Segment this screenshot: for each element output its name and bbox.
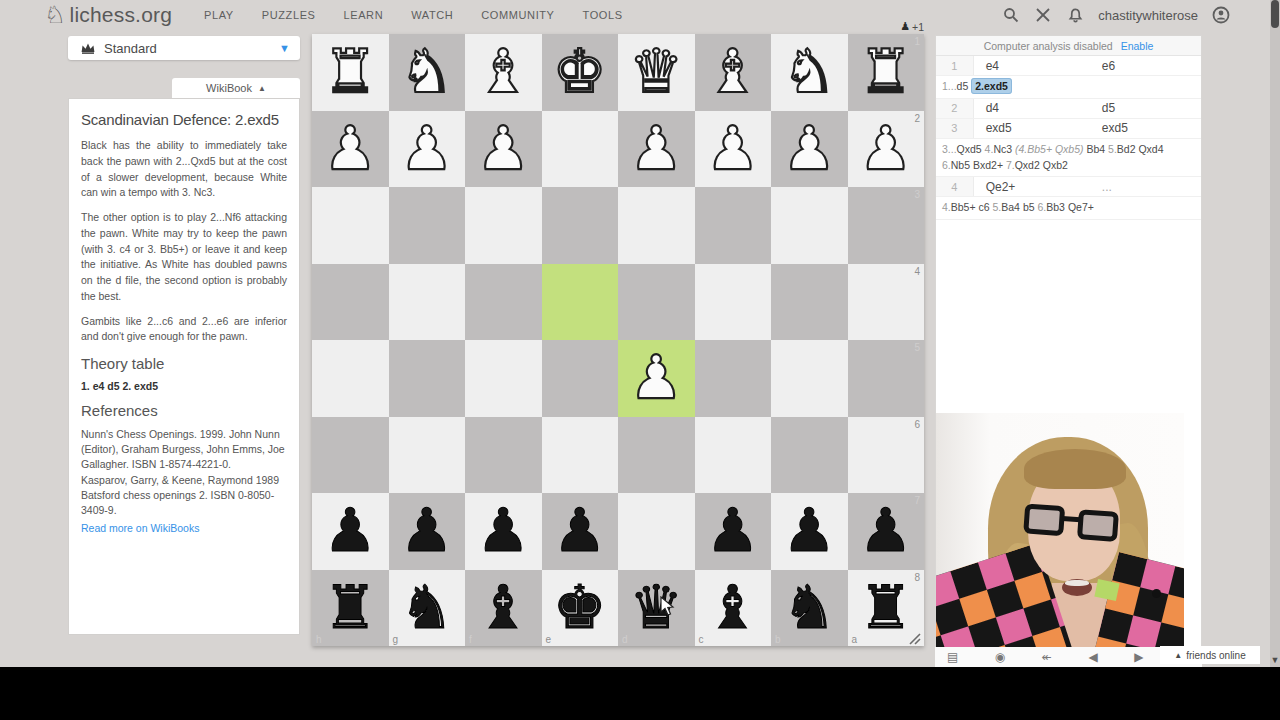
rank-coordinate: 5: [914, 342, 920, 353]
black-bishop[interactable]: ♝: [465, 570, 542, 647]
black-move[interactable]: ...: [1090, 180, 1201, 194]
variation-token[interactable]: 7.: [1006, 159, 1015, 171]
variation-token[interactable]: Nb5: [951, 159, 973, 171]
file-coordinate: g: [393, 634, 399, 645]
white-pawn[interactable]: ♟: [771, 111, 848, 188]
page-scrollbar[interactable]: ▼: [1270, 0, 1280, 667]
variation-token[interactable]: (4.Bb5+ Qxb5): [1015, 143, 1087, 155]
move-list: 1e4e61...d5 2.exd52d4d53exd5exd53...Qxd5…: [936, 56, 1201, 220]
variation-token[interactable]: d5: [957, 80, 972, 92]
white-move[interactable]: exd5: [974, 121, 1090, 135]
crown-icon: [80, 41, 96, 55]
wikibook-panel: Scandinavian Defence: 2.exd5 Black has t…: [68, 98, 300, 635]
square-e8[interactable]: ♚e: [542, 570, 619, 647]
white-king[interactable]: ♚: [542, 34, 619, 111]
square-h6[interactable]: [312, 417, 389, 494]
variation-token[interactable]: 3...: [942, 143, 957, 155]
variation-token[interactable]: Qxd2: [1015, 159, 1043, 171]
square-h7[interactable]: ♟: [312, 493, 389, 570]
file-coordinate: b: [775, 634, 781, 645]
person-teeth: [1065, 580, 1089, 586]
user-menu[interactable]: chastitywhiterose: [1098, 8, 1198, 23]
references-list: Nunn's Chess Openings. 1999. John Nunn (…: [81, 427, 287, 518]
square-c2[interactable]: ♟: [695, 111, 772, 188]
current-move[interactable]: 2.exd5: [971, 78, 1012, 94]
square-d2[interactable]: ♟: [618, 111, 695, 188]
square-b8[interactable]: ♞b: [771, 570, 848, 647]
move-row: 4Qe2+...: [936, 177, 1201, 197]
theory-moves: 1. e4 d5 2. exd5: [81, 380, 287, 392]
file-coordinate: f: [469, 634, 472, 645]
square-d8[interactable]: ♛d: [618, 570, 695, 647]
move-number: 1: [936, 56, 974, 75]
rank-coordinate: 6: [914, 419, 920, 430]
black-queen[interactable]: ♛: [618, 570, 695, 647]
article-paragraph: Gambits like 2...c6 and 2...e6 are infer…: [81, 314, 287, 346]
white-pawn[interactable]: ♟: [695, 111, 772, 188]
person-glasses: [1023, 503, 1129, 544]
white-rook[interactable]: ♜: [312, 34, 389, 111]
variation-token[interactable]: Bb4: [1086, 143, 1108, 155]
file-coordinate: d: [622, 634, 628, 645]
rank-coordinate: 8: [914, 572, 920, 583]
square-e3[interactable]: [542, 187, 619, 264]
white-pawn[interactable]: ♟: [465, 111, 542, 188]
square-b4[interactable]: [771, 264, 848, 341]
menu-icon[interactable]: ▤: [947, 650, 958, 664]
square-b7[interactable]: ♟: [771, 493, 848, 570]
glasses-left-lens: [1023, 503, 1065, 536]
black-knight[interactable]: ♞: [389, 570, 466, 647]
variation-token[interactable]: Qe7+: [1068, 201, 1094, 213]
chess-board[interactable]: ♜♞♝♚♛♝♞♜1♟♟♟♟♟♟♟234♟56♟♟♟♟♟♟♟7♜h♞g♝f♚e♛d…: [312, 34, 924, 646]
notifications-bell-icon[interactable]: [1066, 6, 1084, 24]
variation-token[interactable]: Bxd2+: [973, 159, 1006, 171]
variation-token[interactable]: 4.: [942, 201, 951, 213]
square-f8[interactable]: ♝f: [465, 570, 542, 647]
square-h3[interactable]: [312, 187, 389, 264]
article-title: Scandinavian Defence: 2.exd5: [81, 111, 287, 128]
previous-move-icon[interactable]: ◀: [1088, 650, 1097, 664]
square-d3[interactable]: [618, 187, 695, 264]
square-h5[interactable]: [312, 340, 389, 417]
white-pawn[interactable]: ♟: [312, 111, 389, 188]
black-bishop[interactable]: ♝: [695, 570, 772, 647]
square-b2[interactable]: ♟: [771, 111, 848, 188]
square-g2[interactable]: ♟: [389, 111, 466, 188]
settings-icon[interactable]: ◉: [995, 650, 1005, 664]
square-h2[interactable]: ♟: [312, 111, 389, 188]
square-f3[interactable]: [465, 187, 542, 264]
square-g4[interactable]: [389, 264, 466, 341]
square-a3[interactable]: 3: [848, 187, 925, 264]
person-fringe: [1024, 449, 1126, 489]
square-a1[interactable]: ♜1: [848, 34, 925, 111]
move-number: 3: [936, 119, 974, 138]
wikibooks-link[interactable]: Read more on WikiBooks: [81, 522, 199, 534]
square-g7[interactable]: ♟: [389, 493, 466, 570]
square-c7[interactable]: ♟: [695, 493, 772, 570]
rank-coordinate: 7: [914, 495, 920, 506]
black-king[interactable]: ♚: [542, 570, 619, 647]
square-e4[interactable]: [542, 264, 619, 341]
square-d7[interactable]: [618, 493, 695, 570]
square-a7[interactable]: ♟7: [848, 493, 925, 570]
move-number: 2: [936, 99, 974, 118]
black-move[interactable]: e6: [1090, 59, 1201, 73]
collapse-arrow-icon: ▲: [258, 84, 266, 93]
black-pawn[interactable]: ♟: [389, 493, 466, 570]
square-e1[interactable]: ♚: [542, 34, 619, 111]
white-knight[interactable]: ♞: [771, 34, 848, 111]
file-coordinate: e: [546, 634, 552, 645]
white-pawn[interactable]: ♟: [618, 111, 695, 188]
white-move[interactable]: d4: [974, 101, 1090, 115]
theory-table-heading: Theory table: [81, 355, 287, 372]
variation-token[interactable]: Nc3: [993, 143, 1015, 155]
black-move[interactable]: d5: [1090, 101, 1201, 115]
white-pawn[interactable]: ♟: [618, 340, 695, 417]
square-f1[interactable]: ♝: [465, 34, 542, 111]
black-knight[interactable]: ♞: [771, 570, 848, 647]
file-coordinate: a: [852, 634, 858, 645]
white-pawn[interactable]: ♟: [389, 111, 466, 188]
rank-coordinate: 4: [914, 266, 920, 277]
square-e5[interactable]: [542, 340, 619, 417]
tab-wikibook[interactable]: WikiBook ▲: [172, 78, 300, 98]
material-value: +1: [912, 21, 924, 33]
friends-online-bar[interactable]: ▲ friends online: [1160, 646, 1260, 664]
variation-token[interactable]: Bd2: [1117, 143, 1139, 155]
square-b1[interactable]: ♞: [771, 34, 848, 111]
white-queen[interactable]: ♛: [618, 34, 695, 111]
nav-play[interactable]: PLAY: [190, 9, 248, 21]
black-pawn[interactable]: ♟: [695, 493, 772, 570]
glasses-right-lens: [1077, 509, 1119, 542]
variation-token[interactable]: Bb5+: [951, 201, 979, 213]
square-d5[interactable]: ♟: [618, 340, 695, 417]
move-row: 2d4d5: [936, 99, 1201, 119]
variation-token[interactable]: 1...: [942, 80, 957, 92]
rank-coordinate: 3: [914, 189, 920, 200]
knight-logo-icon: ♘: [44, 3, 66, 27]
article-paragraphs: Black has the ability to immediately tak…: [81, 138, 287, 345]
black-pawn[interactable]: ♟: [312, 493, 389, 570]
variation-token[interactable]: 6.: [942, 159, 951, 171]
move-number: 4: [936, 177, 974, 196]
square-a5[interactable]: 5: [848, 340, 925, 417]
square-e6[interactable]: [542, 417, 619, 494]
variation-line[interactable]: 1...d5 2.exd5: [936, 76, 1201, 99]
square-h1[interactable]: ♜: [312, 34, 389, 111]
black-pawn[interactable]: ♟: [771, 493, 848, 570]
computer-analysis-header: Computer analysis disabled Enable: [936, 36, 1201, 56]
square-b3[interactable]: [771, 187, 848, 264]
webcam-video: [936, 413, 1184, 647]
square-a2[interactable]: ♟2: [848, 111, 925, 188]
square-a6[interactable]: 6: [848, 417, 925, 494]
friends-online-label: friends online: [1186, 650, 1245, 661]
analysis-disabled-label: Computer analysis disabled: [984, 40, 1113, 52]
square-h8[interactable]: ♜h: [312, 570, 389, 647]
enable-analysis-button[interactable]: Enable: [1121, 40, 1154, 52]
search-icon[interactable]: [1002, 6, 1020, 24]
board-resize-handle[interactable]: [906, 630, 922, 646]
square-g5[interactable]: [389, 340, 466, 417]
square-f7[interactable]: ♟: [465, 493, 542, 570]
white-move[interactable]: e4: [974, 59, 1090, 73]
variation-token[interactable]: Qxb2: [1043, 159, 1068, 171]
square-d6[interactable]: [618, 417, 695, 494]
mouse-cursor: [660, 596, 676, 618]
variant-label: Standard: [104, 41, 279, 56]
square-g6[interactable]: [389, 417, 466, 494]
variation-line[interactable]: 3...Qxd5 4.Nc3 (4.Bb5+ Qxb5) Bb4 5.Bd2 Q…: [936, 139, 1201, 178]
square-f2[interactable]: ♟: [465, 111, 542, 188]
square-c1[interactable]: ♝: [695, 34, 772, 111]
square-f4[interactable]: [465, 264, 542, 341]
reference-item: Nunn's Chess Openings. 1999. John Nunn (…: [81, 427, 287, 473]
lichess-logo[interactable]: ♘ lichess.org: [44, 3, 172, 27]
file-coordinate: c: [699, 634, 704, 645]
square-d4[interactable]: [618, 264, 695, 341]
variation-token[interactable]: 5.: [993, 201, 1002, 213]
square-f5[interactable]: [465, 340, 542, 417]
article-paragraph: Black has the ability to immediately tak…: [81, 138, 287, 201]
square-b5[interactable]: [771, 340, 848, 417]
move-row: 3exd5exd5: [936, 119, 1201, 139]
square-c5[interactable]: [695, 340, 772, 417]
glasses-bridge: [1062, 516, 1080, 522]
square-e7[interactable]: ♟: [542, 493, 619, 570]
square-g8[interactable]: ♞g: [389, 570, 466, 647]
file-coordinate: h: [316, 634, 322, 645]
white-knight[interactable]: ♞: [389, 34, 466, 111]
avatar-icon[interactable]: [1212, 6, 1230, 24]
square-g1[interactable]: ♞: [389, 34, 466, 111]
white-bishop[interactable]: ♝: [465, 34, 542, 111]
square-h4[interactable]: [312, 264, 389, 341]
move-row: 1e4e6: [936, 56, 1201, 76]
rank-coordinate: 2: [914, 113, 920, 124]
variation-token[interactable]: 6.: [1038, 201, 1047, 213]
black-pawn[interactable]: ♟: [465, 493, 542, 570]
variation-token[interactable]: b5: [1023, 201, 1038, 213]
variant-select[interactable]: Standard ▼: [68, 36, 300, 60]
square-b6[interactable]: [771, 417, 848, 494]
variation-token[interactable]: Bb3: [1046, 201, 1068, 213]
variation-token[interactable]: Ba4: [1001, 201, 1023, 213]
square-c4[interactable]: [695, 264, 772, 341]
logo-text: lichess.org: [70, 3, 173, 27]
square-d1[interactable]: ♛: [618, 34, 695, 111]
next-move-icon[interactable]: ▶: [1134, 650, 1143, 664]
scrollbar-thumb[interactable]: [1271, 0, 1279, 28]
black-pawn[interactable]: ♟: [848, 493, 925, 570]
scrollbar-down-arrow-icon[interactable]: ▼: [1270, 655, 1280, 665]
square-c3[interactable]: [695, 187, 772, 264]
references-heading: References: [81, 402, 287, 419]
reference-item: Kasparov, Garry, & Keene, Raymond 1989 B…: [81, 473, 287, 519]
square-e2[interactable]: [542, 111, 619, 188]
rank-coordinate: 1: [914, 36, 920, 47]
white-pawn[interactable]: ♟: [848, 111, 925, 188]
article-paragraph: The other option is to play 2...Nf6 atta…: [81, 210, 287, 305]
white-bishop[interactable]: ♝: [695, 34, 772, 111]
variation-line[interactable]: 4.Bb5+ c6 5.Ba4 b5 6.Bb3 Qe7+: [936, 197, 1201, 220]
letterbox-bottom: [0, 667, 1280, 720]
challenges-icon[interactable]: [1034, 6, 1052, 24]
square-g3[interactable]: [389, 187, 466, 264]
chevron-down-icon: ▼: [279, 42, 290, 54]
black-rook[interactable]: ♜: [312, 570, 389, 647]
square-c6[interactable]: [695, 417, 772, 494]
wikibook-tab-label: WikiBook: [206, 82, 252, 94]
black-move[interactable]: exd5: [1090, 121, 1201, 135]
black-pawn[interactable]: ♟: [542, 493, 619, 570]
square-a4[interactable]: 4: [848, 264, 925, 341]
variation-token[interactable]: Qxd5: [957, 143, 985, 155]
first-move-icon[interactable]: ↞: [1042, 650, 1052, 664]
square-f6[interactable]: [465, 417, 542, 494]
white-move[interactable]: Qe2+: [974, 180, 1090, 194]
black-dot: [1152, 589, 1161, 598]
white-rook[interactable]: ♜: [848, 34, 925, 111]
captured-pawn-icon: ♟: [900, 21, 910, 32]
variation-token[interactable]: Qxd4: [1138, 143, 1163, 155]
material-advantage: ♟ +1: [312, 20, 924, 33]
variation-token[interactable]: 5.: [1108, 143, 1117, 155]
variation-token[interactable]: c6: [979, 201, 993, 213]
expand-up-icon: ▲: [1174, 651, 1182, 660]
square-c8[interactable]: ♝c: [695, 570, 772, 647]
